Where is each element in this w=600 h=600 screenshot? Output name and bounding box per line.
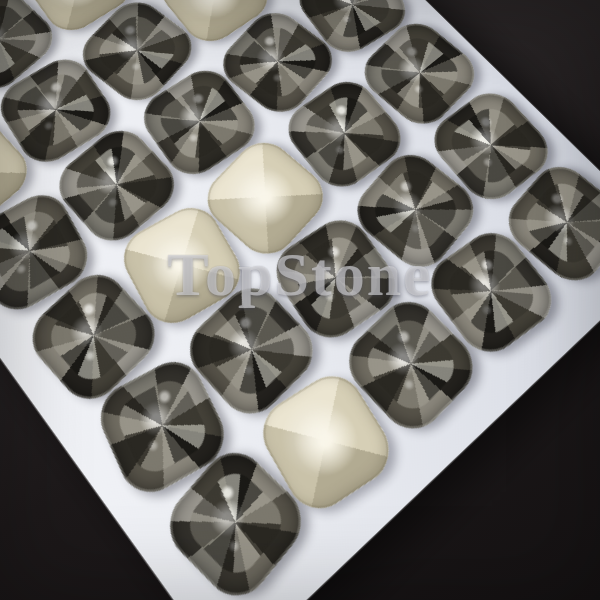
photo-stage: TopStone — [0, 0, 600, 600]
tray-grid — [0, 0, 600, 600]
